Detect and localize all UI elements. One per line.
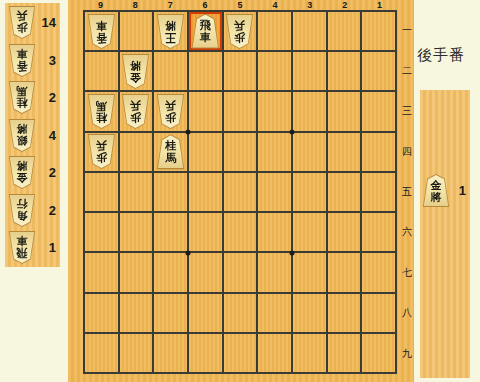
piece-kanji: 香車	[9, 46, 35, 71]
square-8-1[interactable]	[120, 12, 153, 50]
square-3-8[interactable]	[293, 294, 326, 332]
sente-hand-金將[interactable]: 金將1	[422, 174, 468, 207]
piece-face: 歩兵	[88, 135, 115, 168]
rank-label-6: 六	[400, 212, 414, 252]
board-grid: 香車王將飛車歩兵金將桂馬歩兵歩兵歩兵桂馬	[83, 10, 397, 374]
gote-hand-香車[interactable]: 香車3	[8, 44, 58, 77]
piece-kanji: 歩兵	[88, 139, 115, 164]
square-5-1[interactable]: 歩兵	[224, 12, 257, 50]
square-7-2[interactable]	[154, 52, 187, 90]
square-6-7[interactable]	[189, 253, 222, 291]
file-label-4: 4	[257, 0, 292, 10]
file-label-2: 2	[327, 0, 362, 10]
piece-face: 歩兵	[9, 7, 35, 38]
hoshi-dot	[186, 129, 191, 134]
square-9-4[interactable]: 歩兵	[85, 133, 118, 171]
square-1-1[interactable]	[362, 12, 395, 50]
square-3-7[interactable]	[293, 253, 326, 291]
gote-hand-桂馬[interactable]: 桂馬2	[8, 81, 58, 114]
square-6-3[interactable]	[189, 92, 222, 130]
piece-kanji: 歩兵	[9, 8, 35, 33]
gote-hand-角行[interactable]: 角行2	[8, 194, 58, 227]
hand-count: 1	[49, 240, 58, 255]
gote-hand-金將[interactable]: 金將2	[8, 156, 58, 189]
piece-kanji: 歩兵	[157, 98, 184, 123]
square-8-9[interactable]	[120, 334, 153, 372]
sente-hand-tray: 金將1	[420, 90, 470, 378]
square-1-6[interactable]	[362, 213, 395, 251]
square-1-3[interactable]	[362, 92, 395, 130]
piece-face: 王將	[157, 15, 184, 48]
piece-歩兵-gote[interactable]: 歩兵	[121, 94, 150, 129]
square-8-3[interactable]: 歩兵	[120, 92, 153, 130]
square-4-1[interactable]	[258, 12, 291, 50]
square-2-1[interactable]	[328, 12, 361, 50]
square-4-9[interactable]	[258, 334, 291, 372]
square-4-2[interactable]	[258, 52, 291, 90]
square-2-9[interactable]	[328, 334, 361, 372]
hand-piece-角行-gote[interactable]: 角行	[8, 194, 36, 227]
hand-count: 2	[49, 203, 58, 218]
square-9-9[interactable]	[85, 334, 118, 372]
square-8-2[interactable]: 金將	[120, 52, 153, 90]
square-6-1[interactable]: 飛車	[189, 12, 222, 50]
square-8-5[interactable]	[120, 173, 153, 211]
square-1-4[interactable]	[362, 133, 395, 171]
square-5-2[interactable]	[224, 52, 257, 90]
square-9-6[interactable]	[85, 213, 118, 251]
square-3-4[interactable]	[293, 133, 326, 171]
square-5-8[interactable]	[224, 294, 257, 332]
square-7-4[interactable]: 桂馬	[154, 133, 187, 171]
square-4-8[interactable]	[258, 294, 291, 332]
piece-face: 香車	[88, 15, 115, 48]
square-7-6[interactable]	[154, 213, 187, 251]
hand-piece-金將-sente[interactable]: 金將	[422, 174, 450, 207]
piece-桂馬-sente[interactable]: 桂馬	[156, 134, 185, 169]
square-5-6[interactable]	[224, 213, 257, 251]
piece-kanji: 銀將	[9, 121, 35, 146]
hand-piece-香車-gote[interactable]: 香車	[8, 44, 36, 77]
piece-face: 飛車	[192, 15, 219, 48]
piece-kanji: 桂馬	[88, 98, 115, 123]
square-7-5[interactable]	[154, 173, 187, 211]
piece-kanji: 金將	[122, 58, 149, 83]
piece-face: 金將	[423, 175, 449, 206]
hand-count: 2	[49, 165, 58, 180]
square-1-9[interactable]	[362, 334, 395, 372]
square-2-6[interactable]	[328, 213, 361, 251]
square-5-3[interactable]	[224, 92, 257, 130]
piece-face: 歩兵	[122, 95, 149, 128]
piece-face: 銀將	[9, 120, 35, 151]
hand-piece-桂馬-gote[interactable]: 桂馬	[8, 81, 36, 114]
square-3-3[interactable]	[293, 92, 326, 130]
rank-label-3: 三	[400, 91, 414, 131]
square-9-3[interactable]: 桂馬	[85, 92, 118, 130]
piece-face: 飛車	[9, 232, 35, 263]
square-7-7[interactable]	[154, 253, 187, 291]
rank-label-1: 一	[400, 10, 414, 50]
gote-hand-歩兵[interactable]: 歩兵14	[8, 6, 58, 39]
file-label-6: 6	[188, 0, 223, 10]
piece-face: 歩兵	[157, 95, 184, 128]
piece-kanji: 金將	[9, 158, 35, 183]
square-4-7[interactable]	[258, 253, 291, 291]
square-2-2[interactable]	[328, 52, 361, 90]
hoshi-dot	[290, 250, 295, 255]
file-label-7: 7	[153, 0, 188, 10]
square-1-7[interactable]	[362, 253, 395, 291]
piece-face: 桂馬	[88, 95, 115, 128]
square-5-5[interactable]	[224, 173, 257, 211]
hand-count: 3	[49, 53, 58, 68]
piece-face: 歩兵	[226, 15, 253, 48]
gote-hand-tray: 歩兵14香車3桂馬2銀將4金將2角行2飛車1	[5, 3, 60, 267]
rank-label-2: 二	[400, 50, 414, 90]
square-4-4[interactable]	[258, 133, 291, 171]
piece-kanji: 飛車	[9, 233, 35, 258]
rank-label-7: 七	[400, 253, 414, 293]
rank-label-8: 八	[400, 293, 414, 333]
square-3-1[interactable]	[293, 12, 326, 50]
piece-face: 金將	[122, 55, 149, 88]
file-labels: 987654321	[83, 0, 397, 10]
square-7-1[interactable]: 王將	[154, 12, 187, 50]
piece-kanji: 歩兵	[226, 18, 253, 43]
square-4-6[interactable]	[258, 213, 291, 251]
square-1-8[interactable]	[362, 294, 395, 332]
piece-face: 角行	[9, 195, 35, 226]
piece-王將-gote[interactable]: 王將	[156, 14, 185, 49]
square-4-5[interactable]	[258, 173, 291, 211]
square-2-8[interactable]	[328, 294, 361, 332]
gote-hand-飛車[interactable]: 飛車1	[8, 231, 58, 264]
piece-歩兵-gote[interactable]: 歩兵	[87, 134, 116, 169]
hand-count: 2	[49, 90, 58, 105]
square-6-4[interactable]	[189, 133, 222, 171]
square-1-5[interactable]	[362, 173, 395, 211]
square-5-4[interactable]	[224, 133, 257, 171]
piece-kanji: 桂馬	[9, 83, 35, 108]
shogi-diagram: { "game": "shogi", "turn_indicator": "後手…	[0, 0, 480, 382]
piece-飛車-sente[interactable]: 飛車	[191, 14, 220, 49]
square-2-5[interactable]	[328, 173, 361, 211]
hand-piece-飛車-gote[interactable]: 飛車	[8, 231, 36, 264]
square-6-8[interactable]	[189, 294, 222, 332]
file-label-5: 5	[223, 0, 258, 10]
rank-labels: 一二三四五六七八九	[400, 10, 414, 374]
square-3-6[interactable]	[293, 213, 326, 251]
piece-face: 香車	[9, 45, 35, 76]
hand-piece-歩兵-gote[interactable]: 歩兵	[8, 6, 36, 39]
square-8-4[interactable]	[120, 133, 153, 171]
piece-kanji: 桂馬	[157, 140, 184, 165]
square-3-5[interactable]	[293, 173, 326, 211]
file-label-9: 9	[83, 0, 118, 10]
rank-label-4: 四	[400, 131, 414, 171]
hand-count: 4	[49, 128, 58, 143]
file-label-3: 3	[292, 0, 327, 10]
hand-piece-金將-gote[interactable]: 金將	[8, 156, 36, 189]
hand-piece-銀將-gote[interactable]: 銀將	[8, 119, 36, 152]
piece-歩兵-gote[interactable]: 歩兵	[156, 94, 185, 129]
piece-kanji: 香車	[88, 18, 115, 43]
rank-label-5: 五	[400, 172, 414, 212]
hand-count: 14	[42, 15, 58, 30]
hand-count: 1	[459, 183, 468, 198]
piece-kanji: 金將	[423, 180, 449, 205]
square-8-8[interactable]	[120, 294, 153, 332]
square-3-2[interactable]	[293, 52, 326, 90]
gote-hand-銀將[interactable]: 銀將4	[8, 119, 58, 152]
square-6-5[interactable]	[189, 173, 222, 211]
square-6-9[interactable]	[189, 334, 222, 372]
square-9-2[interactable]	[85, 52, 118, 90]
square-9-5[interactable]	[85, 173, 118, 211]
square-6-6[interactable]	[189, 213, 222, 251]
turn-indicator: 後手番	[417, 46, 479, 65]
piece-香車-gote[interactable]: 香車	[87, 14, 116, 49]
piece-kanji: 王將	[157, 18, 184, 43]
file-label-8: 8	[118, 0, 153, 10]
square-2-3[interactable]	[328, 92, 361, 130]
square-7-3[interactable]: 歩兵	[154, 92, 187, 130]
hoshi-dot	[290, 129, 295, 134]
square-7-9[interactable]	[154, 334, 187, 372]
hoshi-dot	[186, 250, 191, 255]
file-label-1: 1	[362, 0, 397, 10]
square-1-2[interactable]	[362, 52, 395, 90]
square-2-7[interactable]	[328, 253, 361, 291]
piece-face: 桂馬	[9, 82, 35, 113]
piece-kanji: 歩兵	[122, 98, 149, 123]
square-6-2[interactable]	[189, 52, 222, 90]
piece-face: 桂馬	[157, 135, 184, 168]
square-7-8[interactable]	[154, 294, 187, 332]
square-5-9[interactable]	[224, 334, 257, 372]
piece-桂馬-gote[interactable]: 桂馬	[87, 94, 116, 129]
square-3-9[interactable]	[293, 334, 326, 372]
piece-歩兵-gote[interactable]: 歩兵	[225, 14, 254, 49]
square-9-7[interactable]	[85, 253, 118, 291]
board-area: 987654321 香車王將飛車歩兵金將桂馬歩兵歩兵歩兵桂馬 一二三四五六七八九	[68, 0, 414, 382]
square-5-7[interactable]	[224, 253, 257, 291]
square-8-7[interactable]	[120, 253, 153, 291]
piece-金將-gote[interactable]: 金將	[121, 54, 150, 89]
square-2-4[interactable]	[328, 133, 361, 171]
square-9-8[interactable]	[85, 294, 118, 332]
square-4-3[interactable]	[258, 92, 291, 130]
square-9-1[interactable]: 香車	[85, 12, 118, 50]
piece-kanji: 角行	[9, 196, 35, 221]
rank-label-9: 九	[400, 334, 414, 374]
piece-face: 金將	[9, 157, 35, 188]
square-8-6[interactable]	[120, 213, 153, 251]
piece-kanji: 飛車	[192, 20, 219, 45]
